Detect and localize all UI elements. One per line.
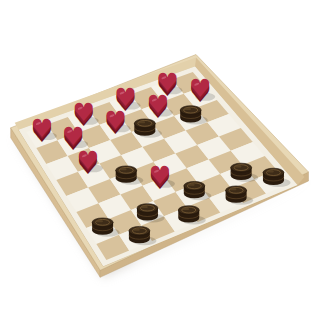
- red-heart-piece-r3c1[interactable]: ♥♥♥: [77, 146, 103, 180]
- svg-text:♥: ♥: [149, 161, 171, 190]
- svg-text:♥: ♥: [31, 114, 53, 143]
- red-heart-piece-r5c3[interactable]: ♥♥♥: [149, 161, 175, 195]
- red-heart-piece-r0c0[interactable]: ♥♥♥: [31, 114, 57, 148]
- product-photo: ♥♥♥♥♥♥♥♥♥♥♥♥♥♥♥♥♥♥♥♥♥♥♥♥♥♥♥♥♥♥: [0, 0, 320, 320]
- red-heart-piece-r1c3[interactable]: ♥♥♥: [104, 106, 130, 140]
- red-heart-piece-r1c7[interactable]: ♥♥♥: [189, 74, 215, 108]
- red-heart-piece-r1c5[interactable]: ♥♥♥: [147, 90, 173, 124]
- svg-text:♥: ♥: [104, 106, 126, 135]
- checkers-board-photo: ♥♥♥♥♥♥♥♥♥♥♥♥♥♥♥♥♥♥♥♥♥♥♥♥♥♥♥♥♥♥: [0, 0, 320, 320]
- svg-text:♥: ♥: [147, 90, 169, 119]
- svg-text:♥: ♥: [189, 74, 211, 103]
- svg-text:♥: ♥: [77, 146, 99, 175]
